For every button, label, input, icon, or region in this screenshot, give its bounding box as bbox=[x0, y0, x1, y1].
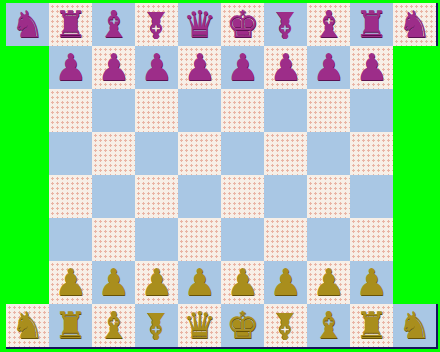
black-archbishop[interactable]: ♝ bbox=[264, 3, 307, 46]
square-c5[interactable] bbox=[92, 132, 135, 175]
black-pawn[interactable]: ♟ bbox=[221, 46, 264, 89]
offboard-j2 bbox=[393, 261, 436, 304]
offboard-j4 bbox=[393, 175, 436, 218]
white-pawn[interactable]: ♟ bbox=[49, 261, 92, 304]
square-g6[interactable] bbox=[264, 89, 307, 132]
black-archbishop[interactable]: ♝ bbox=[135, 3, 178, 46]
square-c1[interactable]: ♝ bbox=[92, 304, 135, 347]
square-d5[interactable] bbox=[135, 132, 178, 175]
square-c7[interactable]: ♟ bbox=[92, 46, 135, 89]
square-b5[interactable] bbox=[49, 132, 92, 175]
square-i8[interactable]: ♜ bbox=[350, 3, 393, 46]
square-d6[interactable] bbox=[135, 89, 178, 132]
square-f1[interactable]: ♚ bbox=[221, 304, 264, 347]
black-pawn[interactable]: ♟ bbox=[350, 46, 393, 89]
square-h6[interactable] bbox=[307, 89, 350, 132]
square-a1[interactable]: ♞ bbox=[6, 304, 49, 347]
offboard-j5 bbox=[393, 132, 436, 175]
square-i4[interactable] bbox=[350, 175, 393, 218]
black-bishop[interactable]: ♝ bbox=[307, 3, 350, 46]
square-g7[interactable]: ♟ bbox=[264, 46, 307, 89]
square-h5[interactable] bbox=[307, 132, 350, 175]
square-f6[interactable] bbox=[221, 89, 264, 132]
white-pawn[interactable]: ♟ bbox=[307, 261, 350, 304]
square-e4[interactable] bbox=[178, 175, 221, 218]
square-g2[interactable]: ♟ bbox=[264, 261, 307, 304]
white-archbishop[interactable]: ♝ bbox=[264, 304, 307, 347]
black-pawn[interactable]: ♟ bbox=[178, 46, 221, 89]
square-a8[interactable]: ♞ bbox=[6, 3, 49, 46]
square-d7[interactable]: ♟ bbox=[135, 46, 178, 89]
white-pawn[interactable]: ♟ bbox=[221, 261, 264, 304]
square-e6[interactable] bbox=[178, 89, 221, 132]
square-d1[interactable]: ♝ bbox=[135, 304, 178, 347]
square-g8[interactable]: ♝ bbox=[264, 3, 307, 46]
square-c2[interactable]: ♟ bbox=[92, 261, 135, 304]
square-c6[interactable] bbox=[92, 89, 135, 132]
square-c4[interactable] bbox=[92, 175, 135, 218]
square-h2[interactable]: ♟ bbox=[307, 261, 350, 304]
square-h8[interactable]: ♝ bbox=[307, 3, 350, 46]
square-g3[interactable] bbox=[264, 218, 307, 261]
white-pawn[interactable]: ♟ bbox=[178, 261, 221, 304]
white-archbishop[interactable]: ♝ bbox=[135, 304, 178, 347]
square-i7[interactable]: ♟ bbox=[350, 46, 393, 89]
square-b8[interactable]: ♜ bbox=[49, 3, 92, 46]
black-rook[interactable]: ♜ bbox=[350, 3, 393, 46]
square-f2[interactable]: ♟ bbox=[221, 261, 264, 304]
offboard-a4 bbox=[6, 175, 49, 218]
black-pawn[interactable]: ♟ bbox=[135, 46, 178, 89]
white-pawn[interactable]: ♟ bbox=[135, 261, 178, 304]
square-h7[interactable]: ♟ bbox=[307, 46, 350, 89]
square-e3[interactable] bbox=[178, 218, 221, 261]
square-b3[interactable] bbox=[49, 218, 92, 261]
square-b4[interactable] bbox=[49, 175, 92, 218]
white-pawn[interactable]: ♟ bbox=[264, 261, 307, 304]
square-c3[interactable] bbox=[92, 218, 135, 261]
board-shadow-right-top-citadel bbox=[436, 3, 438, 46]
square-i1[interactable]: ♜ bbox=[350, 304, 393, 347]
square-d3[interactable] bbox=[135, 218, 178, 261]
square-e7[interactable]: ♟ bbox=[178, 46, 221, 89]
white-knight[interactable]: ♞ bbox=[6, 304, 49, 347]
square-d4[interactable] bbox=[135, 175, 178, 218]
square-i6[interactable] bbox=[350, 89, 393, 132]
board-shadow-bottom bbox=[6, 347, 438, 349]
square-g5[interactable] bbox=[264, 132, 307, 175]
offboard-j7 bbox=[393, 46, 436, 89]
white-rook[interactable]: ♜ bbox=[350, 304, 393, 347]
offboard-a6 bbox=[6, 89, 49, 132]
square-b7[interactable]: ♟ bbox=[49, 46, 92, 89]
square-i3[interactable] bbox=[350, 218, 393, 261]
square-j1[interactable]: ♞ bbox=[393, 304, 436, 347]
square-b2[interactable]: ♟ bbox=[49, 261, 92, 304]
black-pawn[interactable]: ♟ bbox=[49, 46, 92, 89]
square-j8[interactable]: ♞ bbox=[393, 3, 436, 46]
white-queen[interactable]: ♛ bbox=[178, 304, 221, 347]
square-g1[interactable]: ♝ bbox=[264, 304, 307, 347]
white-bishop[interactable]: ♝ bbox=[92, 304, 135, 347]
square-f4[interactable] bbox=[221, 175, 264, 218]
square-f3[interactable] bbox=[221, 218, 264, 261]
black-bishop[interactable]: ♝ bbox=[92, 3, 135, 46]
square-h1[interactable]: ♝ bbox=[307, 304, 350, 347]
offboard-a3 bbox=[6, 218, 49, 261]
black-pawn[interactable]: ♟ bbox=[307, 46, 350, 89]
white-pawn[interactable]: ♟ bbox=[92, 261, 135, 304]
square-e2[interactable]: ♟ bbox=[178, 261, 221, 304]
offboard-a7 bbox=[6, 46, 49, 89]
background: ♞♜♝♝♛♚♝♝♜♞♟♟♟♟♟♟♟♟♟♟♟♟♟♟♟♟♞♜♝♝♛♚♝♝♜♞ bbox=[0, 0, 440, 352]
square-d2[interactable]: ♟ bbox=[135, 261, 178, 304]
square-f7[interactable]: ♟ bbox=[221, 46, 264, 89]
white-king[interactable]: ♚ bbox=[221, 304, 264, 347]
offboard-j6 bbox=[393, 89, 436, 132]
white-pawn[interactable]: ♟ bbox=[350, 261, 393, 304]
black-queen[interactable]: ♛ bbox=[178, 3, 221, 46]
square-d8[interactable]: ♝ bbox=[135, 3, 178, 46]
square-b6[interactable] bbox=[49, 89, 92, 132]
offboard-j3 bbox=[393, 218, 436, 261]
square-f5[interactable] bbox=[221, 132, 264, 175]
white-rook[interactable]: ♜ bbox=[49, 304, 92, 347]
square-g4[interactable] bbox=[264, 175, 307, 218]
board-shadow-right-bottom-citadel bbox=[436, 304, 438, 349]
black-pawn[interactable]: ♟ bbox=[92, 46, 135, 89]
square-h3[interactable] bbox=[307, 218, 350, 261]
white-knight[interactable]: ♞ bbox=[393, 304, 436, 347]
black-pawn[interactable]: ♟ bbox=[264, 46, 307, 89]
square-i5[interactable] bbox=[350, 132, 393, 175]
black-knight[interactable]: ♞ bbox=[393, 3, 436, 46]
square-e5[interactable] bbox=[178, 132, 221, 175]
white-bishop[interactable]: ♝ bbox=[307, 304, 350, 347]
square-i2[interactable]: ♟ bbox=[350, 261, 393, 304]
square-c8[interactable]: ♝ bbox=[92, 3, 135, 46]
offboard-a5 bbox=[6, 132, 49, 175]
square-e8[interactable]: ♛ bbox=[178, 3, 221, 46]
black-rook[interactable]: ♜ bbox=[49, 3, 92, 46]
offboard-a2 bbox=[6, 261, 49, 304]
square-e1[interactable]: ♛ bbox=[178, 304, 221, 347]
square-b1[interactable]: ♜ bbox=[49, 304, 92, 347]
square-f8[interactable]: ♚ bbox=[221, 3, 264, 46]
board: ♞♜♝♝♛♚♝♝♜♞♟♟♟♟♟♟♟♟♟♟♟♟♟♟♟♟♞♜♝♝♛♚♝♝♜♞ bbox=[6, 3, 436, 347]
black-knight[interactable]: ♞ bbox=[6, 3, 49, 46]
square-h4[interactable] bbox=[307, 175, 350, 218]
black-king[interactable]: ♚ bbox=[221, 3, 264, 46]
